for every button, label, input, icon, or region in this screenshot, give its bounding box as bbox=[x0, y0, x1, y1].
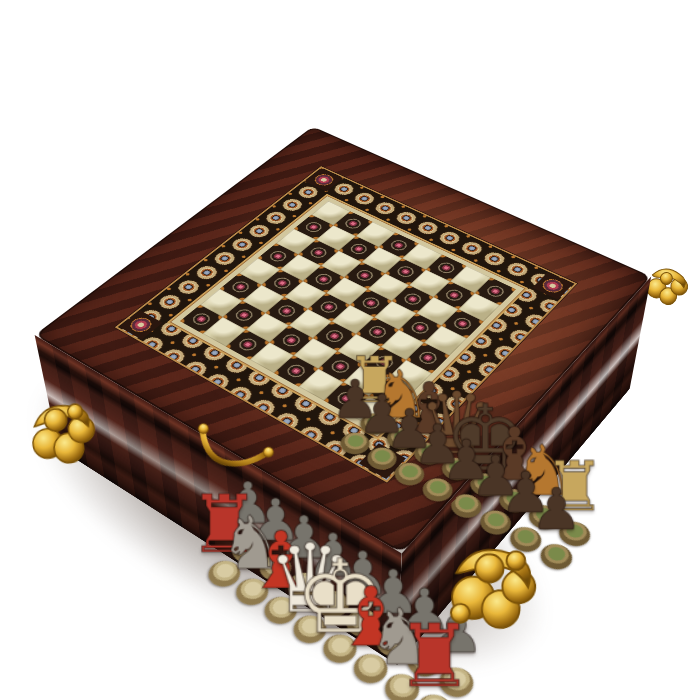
gold-foot-left bbox=[21, 389, 105, 475]
square-f5[interactable] bbox=[374, 301, 416, 330]
border-corner-motif bbox=[305, 168, 343, 191]
border-corner-motif bbox=[119, 310, 162, 339]
square-d2[interactable] bbox=[270, 325, 313, 355]
gold-foot-near bbox=[443, 533, 544, 637]
perspective-wrapper: ♜♞♝♛♚♝♞♜♟♟♟♟♟♟♟♟♟♟♟♟♟♟♟♟♜♞♝♛♚♝♞♜ bbox=[0, 0, 700, 700]
product-photo-canvas: ♜♞♝♛♚♝♞♜♟♟♟♟♟♟♟♟♟♟♟♟♟♟♟♟♜♞♝♛♚♝♞♜ bbox=[0, 0, 700, 700]
square-a1[interactable] bbox=[180, 305, 223, 334]
square-e1[interactable] bbox=[274, 355, 318, 386]
square-h6[interactable] bbox=[441, 309, 483, 338]
square-d3[interactable] bbox=[289, 309, 332, 338]
square-c2[interactable] bbox=[246, 313, 289, 342]
square-b2[interactable] bbox=[223, 301, 266, 330]
square-b1[interactable] bbox=[203, 317, 246, 347]
square-e4[interactable] bbox=[332, 305, 374, 334]
border-corner-motif bbox=[532, 272, 573, 299]
square-c1[interactable] bbox=[226, 330, 270, 360]
square-d1[interactable] bbox=[250, 342, 294, 373]
